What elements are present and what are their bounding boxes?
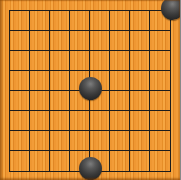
board-cell[interactable] (130, 11, 150, 31)
board-cell[interactable] (70, 31, 90, 51)
board-cell[interactable] (50, 91, 70, 111)
board-cell[interactable] (30, 11, 50, 31)
board-cell[interactable] (50, 111, 70, 131)
board-cell[interactable] (10, 131, 30, 151)
board-cell[interactable] (150, 151, 170, 171)
board-cell[interactable] (10, 31, 30, 51)
board-cell[interactable] (10, 51, 30, 71)
black-stone[interactable] (79, 157, 102, 180)
board-cell[interactable] (110, 71, 130, 91)
board-cell[interactable] (150, 51, 170, 71)
board-cell[interactable] (50, 31, 70, 51)
board-cell[interactable] (10, 151, 30, 171)
board-cell[interactable] (150, 111, 170, 131)
board-cell[interactable] (50, 71, 70, 91)
board-cell[interactable] (30, 31, 50, 51)
board-cell[interactable] (50, 131, 70, 151)
board-cell[interactable] (90, 111, 110, 131)
board-cell[interactable] (110, 111, 130, 131)
board-cell[interactable] (70, 51, 90, 71)
board-cell[interactable] (70, 131, 90, 151)
board-cell[interactable] (110, 11, 130, 31)
board-cell[interactable] (150, 71, 170, 91)
board-cell[interactable] (130, 151, 150, 171)
board-cell[interactable] (50, 11, 70, 31)
board-cell[interactable] (90, 31, 110, 51)
black-stone[interactable] (79, 77, 102, 100)
board-cell[interactable] (90, 131, 110, 151)
board-cell[interactable] (110, 151, 130, 171)
board-cell[interactable] (30, 151, 50, 171)
board-cell[interactable] (10, 111, 30, 131)
board-cell[interactable] (70, 111, 90, 131)
board-cell[interactable] (150, 91, 170, 111)
board-cell[interactable] (130, 51, 150, 71)
board-cell[interactable] (10, 11, 30, 31)
board-cell[interactable] (90, 51, 110, 71)
board-cell[interactable] (10, 91, 30, 111)
board-cell[interactable] (150, 31, 170, 51)
board-cell[interactable] (30, 91, 50, 111)
board-cell[interactable] (30, 131, 50, 151)
board-cell[interactable] (30, 111, 50, 131)
board-cell[interactable] (30, 71, 50, 91)
board-cell[interactable] (70, 11, 90, 31)
board-cell[interactable] (130, 71, 150, 91)
board-cell[interactable] (110, 31, 130, 51)
board-cell[interactable] (130, 111, 150, 131)
board-cell[interactable] (130, 131, 150, 151)
board-cell[interactable] (110, 91, 130, 111)
board-cell[interactable] (130, 31, 150, 51)
board-cell[interactable] (10, 71, 30, 91)
board-cell[interactable] (110, 131, 130, 151)
board-cell[interactable] (110, 51, 130, 71)
black-stone[interactable] (161, 0, 181, 20)
go-board (0, 0, 180, 180)
board-cell[interactable] (50, 51, 70, 71)
board-cell[interactable] (90, 11, 110, 31)
board-cell[interactable] (50, 151, 70, 171)
board-cell[interactable] (30, 51, 50, 71)
board-cell[interactable] (150, 131, 170, 151)
board-cell[interactable] (130, 91, 150, 111)
